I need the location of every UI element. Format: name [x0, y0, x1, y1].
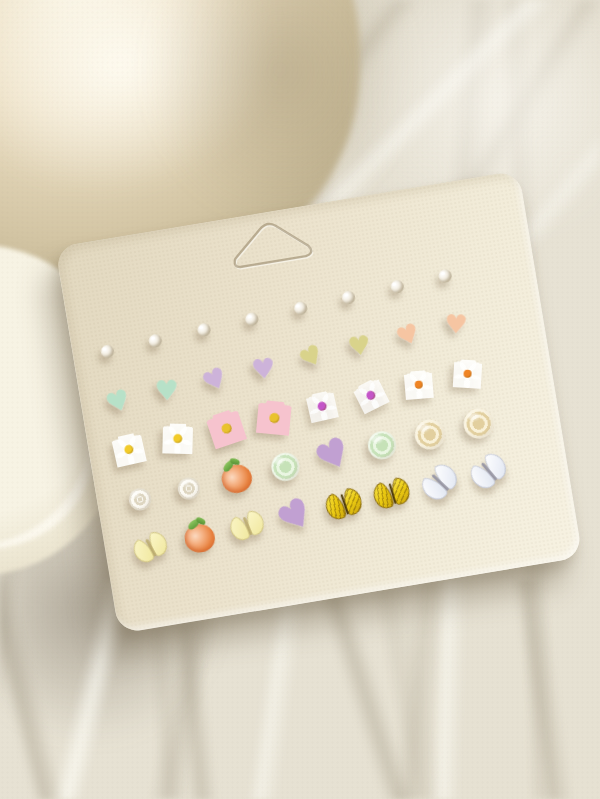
earring-purple-heart-stud: ♥ — [274, 494, 317, 537]
flower-center-dot — [414, 380, 423, 389]
earring-pink-puffy-flower-stud-with-yellow-center — [256, 399, 292, 435]
peach-leaf — [230, 457, 241, 464]
earring-display-card: ♥♥♥♥♥♥♥♥♥♥ — [55, 170, 583, 633]
euro-slot-hang-hole — [220, 210, 323, 277]
earring-mint-green-rose-stud — [366, 429, 397, 460]
earring-peach-heart-stud: ♥ — [445, 314, 467, 336]
earring-pale-yellow-glitter-butterfly-stud — [129, 528, 172, 569]
earring-pale-yellow-heart-stud: ♥ — [297, 343, 326, 372]
scene: ♥♥♥♥♥♥♥♥♥♥ — [0, 0, 600, 799]
flower-center-dot — [219, 422, 232, 435]
earring-clear-daisy-stud-with-orange-center — [452, 359, 482, 389]
earring-champagne-iridescent-rose-stud — [412, 416, 448, 452]
earring-white-pearl-stud — [389, 279, 405, 295]
flower-center-dot — [463, 370, 471, 378]
earring-clear-daisy-stud-with-yellow-center — [111, 432, 147, 468]
earring-white-pearl-stud — [244, 311, 260, 327]
earring-white-pearl-stud — [437, 268, 453, 284]
flower-center-dot — [123, 444, 134, 455]
earring-clear-rose-stud — [177, 477, 200, 500]
earring-white-iridescent-butterfly-stud — [417, 459, 465, 507]
earring-champagne-iridescent-rose-stud — [462, 407, 494, 439]
earring-translucent-peach-fruit-stud-with-green-leaves — [218, 459, 255, 496]
earring-pale-yellow-glitter-butterfly-stud — [226, 507, 268, 546]
earring-mint-green-heart-stud: ♥ — [104, 386, 132, 414]
earring-clear-flower-stud-with-violet-center — [305, 390, 338, 423]
earring-white-pearl-stud — [99, 343, 115, 359]
earring-grid: ♥♥♥♥♥♥♥♥♥♥ — [72, 225, 571, 605]
earring-peach-heart-stud: ♥ — [394, 322, 421, 349]
earring-white-pearl-stud — [147, 333, 163, 349]
flower-center-dot — [364, 389, 376, 401]
earring-pink-puffy-flower-stud-with-yellow-center — [205, 407, 247, 449]
earring-white-iridescent-butterfly-stud — [465, 449, 513, 496]
flower-center-dot — [317, 401, 328, 412]
earring-mint-green-rose-stud — [268, 450, 301, 483]
earring-translucent-peach-fruit-stud-with-green-leaves — [183, 521, 216, 554]
earring-clear-daisy-stud-with-yellow-center — [162, 423, 193, 454]
earring-white-pearl-stud — [341, 289, 357, 305]
earring-golden-yellow-butterfly-stud-with-dark-veins — [322, 485, 367, 526]
earring-golden-yellow-butterfly-stud-with-dark-veins — [370, 474, 414, 514]
earring-lavender-heart-stud: ♥ — [200, 364, 230, 394]
earring-clear-daisy-stud-with-orange-center — [404, 370, 434, 400]
earring-purple-heart-stud: ♥ — [312, 435, 354, 477]
earring-pale-yellow-heart-stud: ♥ — [347, 334, 371, 358]
earring-clear-flower-stud-with-violet-center — [352, 377, 390, 415]
earring-white-pearl-stud — [292, 300, 308, 316]
earring-white-pearl-stud — [196, 322, 212, 338]
earring-clear-rose-stud — [127, 486, 153, 512]
earring-lavender-heart-stud: ♥ — [251, 356, 275, 380]
flower-center-dot — [268, 412, 279, 423]
earring-mint-green-heart-stud: ♥ — [155, 378, 178, 401]
flower-center-dot — [173, 434, 182, 443]
